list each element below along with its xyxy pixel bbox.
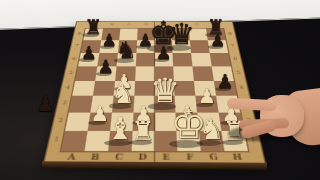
file-label-e: E [155,152,179,161]
piece-black-pawn-h4[interactable]: ♟ [216,72,235,91]
rank-label-left-5: 5 [66,70,76,75]
square-d6[interactable] [135,53,154,66]
piece-black-knight-c6[interactable]: ♞ [115,39,138,62]
photo-scene: AABBCCDDEEFFGGHH8877665544332211 ♟ ♜♜♟♟♚… [0,0,320,180]
file-label-f: F [178,152,202,161]
board-front-edge [42,161,267,170]
piece-white-rook-d1[interactable]: ♜ [130,118,156,144]
file-label-top-c: C [120,23,137,26]
square-g6[interactable] [191,53,211,66]
rank-label-left-3: 3 [59,101,70,106]
rank-label-right-4: 4 [236,85,247,90]
file-label-c: C [107,152,131,161]
file-label-d: D [131,152,155,161]
piece-black-pawn-b5[interactable]: ♟ [97,58,115,76]
file-label-b: B [83,152,108,161]
captured-black-pawn[interactable]: ♟ [36,94,55,115]
rank-label-left-1: 1 [50,137,62,143]
rank-label-left-6: 6 [69,57,79,61]
file-label-top-b: B [103,23,120,26]
square-a5[interactable] [75,66,97,80]
piece-black-pawn-e6[interactable]: ♟ [155,44,173,62]
rank-label-left-2: 2 [55,118,67,124]
rank-label-right-8: 8 [226,32,235,36]
rank-label-right-7: 7 [228,44,237,48]
square-a2[interactable] [65,113,90,131]
rank-label-right-5: 5 [233,70,243,75]
file-label-g: G [201,152,226,161]
square-f6[interactable] [173,53,193,66]
rank-label-right-6: 6 [231,57,241,61]
rank-label-left-4: 4 [62,85,73,90]
square-g5[interactable] [193,66,214,80]
piece-black-pawn-h7[interactable]: ♟ [209,32,226,49]
piece-black-pawn-a6[interactable]: ♟ [80,44,98,62]
file-label-a: A [59,152,84,161]
square-h6[interactable] [210,53,231,66]
square-a1[interactable] [61,131,87,151]
file-label-h: H [225,152,250,161]
square-a4[interactable] [72,80,95,96]
